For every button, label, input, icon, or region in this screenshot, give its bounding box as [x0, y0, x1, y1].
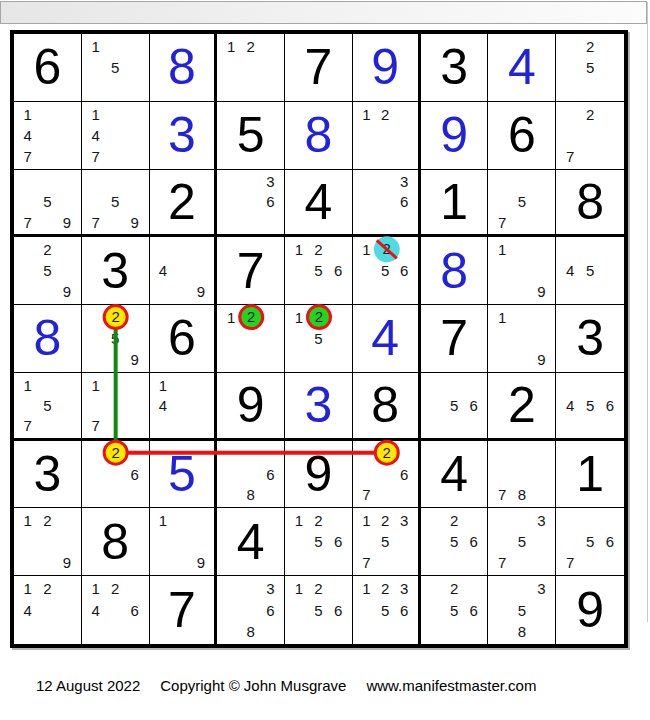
cell-r7c4: 68	[217, 441, 285, 509]
candidate-9: 9	[57, 281, 77, 302]
cell-r3c3: 2	[150, 170, 218, 238]
cell-r7c5: 9	[285, 441, 353, 509]
candidate-7: 7	[357, 552, 376, 573]
candidate-7: 7	[18, 212, 38, 232]
candidates: 157	[14, 373, 81, 438]
candidates: 49	[150, 237, 215, 304]
candidate-5: 5	[38, 192, 58, 212]
candidate-7: 7	[86, 212, 106, 232]
candidates: 14	[150, 373, 215, 438]
candidate-2: 2	[38, 510, 58, 531]
candidates: 579	[82, 170, 149, 235]
cell-r8c2: 8	[82, 508, 150, 576]
given-digit: 6	[168, 313, 196, 363]
candidates: 1256	[285, 237, 352, 304]
cell-r8c4: 4	[217, 508, 285, 576]
candidate-5: 5	[580, 395, 600, 415]
candidates: 27	[556, 102, 624, 169]
candidate-1: 1	[289, 239, 309, 260]
candidate-2: 2	[580, 36, 600, 57]
cell-r2c6: 12	[353, 102, 421, 170]
cell-r9c9: 9	[556, 576, 624, 644]
solved-digit: 3	[168, 110, 196, 160]
candidate-5: 5	[105, 57, 125, 78]
candidate-7: 7	[18, 415, 38, 435]
candidate-2: 2	[241, 307, 261, 328]
cell-r3c9: 8	[556, 170, 624, 238]
given-digit: 7	[305, 42, 333, 92]
candidates: 259	[14, 237, 81, 304]
candidates: 368	[217, 576, 284, 644]
candidate-2: 2	[105, 307, 125, 328]
candidate-5: 5	[309, 328, 329, 349]
candidate-5: 5	[309, 260, 329, 281]
candidate-5: 5	[376, 531, 395, 552]
candidate-6: 6	[464, 395, 484, 415]
solved-digit: 5	[168, 449, 196, 499]
solved-digit: 8	[440, 246, 468, 296]
candidate-3: 3	[532, 578, 552, 599]
cell-r2c3: 3	[150, 102, 218, 170]
candidate-1: 1	[289, 307, 309, 328]
solved-digit: 9	[371, 42, 399, 92]
cell-r5c3: 6	[150, 305, 218, 373]
candidates: 56	[421, 373, 488, 438]
candidate-6: 6	[395, 599, 414, 620]
given-digit: 9	[305, 449, 333, 499]
candidate-2: 2	[38, 239, 58, 260]
candidate-6: 6	[600, 531, 620, 552]
candidate-2: 2	[105, 443, 125, 464]
cell-r6c8: 2	[488, 373, 556, 441]
candidate-8: 8	[241, 621, 261, 642]
solved-digit: 8	[33, 313, 61, 363]
candidate-1: 1	[289, 510, 309, 531]
candidate-6: 6	[125, 464, 145, 485]
candidate-3: 3	[395, 172, 414, 192]
cell-r1c2: 15	[82, 34, 150, 102]
footer-date: 12 August 2022	[36, 677, 140, 694]
candidate-2: 2	[309, 578, 329, 599]
page-right-edge	[647, 2, 648, 622]
candidates: 125	[285, 305, 352, 372]
candidate-9: 9	[532, 349, 552, 370]
candidate-9: 9	[57, 212, 77, 232]
candidate-7: 7	[560, 552, 580, 573]
candidate-2: 2	[376, 239, 395, 260]
candidates: 1256	[353, 237, 418, 304]
given-digit: 8	[101, 517, 129, 567]
candidate-6: 6	[328, 531, 348, 552]
candidate-2: 2	[444, 578, 464, 599]
cell-r6c4: 9	[217, 373, 285, 441]
candidates: 357	[488, 508, 555, 575]
candidates: 12356	[353, 576, 418, 644]
candidate-5: 5	[38, 260, 58, 281]
candidate-1: 1	[86, 36, 106, 57]
candidate-3: 3	[532, 510, 552, 531]
candidate-5: 5	[105, 192, 125, 212]
cell-r7c6: 267	[353, 441, 421, 509]
given-digit: 7	[440, 313, 468, 363]
cell-r2c2: 147	[82, 102, 150, 170]
candidate-7: 7	[492, 552, 512, 573]
candidates: 259	[82, 305, 149, 372]
given-digit: 2	[168, 177, 196, 227]
candidate-1: 1	[492, 307, 512, 328]
solved-digit: 8	[305, 110, 333, 160]
candidate-6: 6	[261, 599, 281, 620]
candidate-4: 4	[18, 599, 38, 620]
candidates: 124	[14, 576, 81, 644]
candidate-7: 7	[560, 146, 580, 167]
candidates: 267	[353, 441, 418, 508]
candidate-6: 6	[395, 464, 414, 485]
cell-r5c8: 19	[488, 305, 556, 373]
candidates: 78	[488, 441, 555, 508]
cell-r4c3: 49	[150, 237, 218, 305]
candidates: 456	[556, 373, 624, 438]
candidate-2: 2	[580, 104, 600, 125]
candidate-2: 2	[444, 510, 464, 531]
candidate-8: 8	[512, 621, 532, 642]
solved-digit: 4	[508, 42, 536, 92]
candidate-4: 4	[86, 599, 106, 620]
cell-r6c2: 17	[82, 373, 150, 441]
footer-copyright: Copyright © John Musgrave	[160, 677, 346, 694]
candidate-4: 4	[18, 125, 38, 146]
solved-digit: 4	[371, 313, 399, 363]
given-digit: 3	[440, 42, 468, 92]
cell-r2c8: 6	[488, 102, 556, 170]
candidates: 1256	[285, 576, 352, 644]
candidates: 12	[217, 34, 284, 101]
cell-r6c5: 3	[285, 373, 353, 441]
cell-r5c9: 3	[556, 305, 624, 373]
cell-r3c4: 36	[217, 170, 285, 238]
candidate-2: 2	[376, 510, 395, 531]
candidate-1: 1	[86, 578, 106, 599]
cell-r9c3: 7	[150, 576, 218, 644]
cell-r2c7: 9	[421, 102, 489, 170]
candidates: 256	[421, 576, 488, 644]
cell-r9c4: 368	[217, 576, 285, 644]
cell-r9c1: 124	[14, 576, 82, 644]
cell-r1c3: 8	[150, 34, 218, 102]
given-digit: 7	[237, 246, 265, 296]
cell-r6c1: 157	[14, 373, 82, 441]
candidate-2: 2	[309, 307, 329, 328]
cell-r7c9: 1	[556, 441, 624, 509]
candidate-1: 1	[154, 510, 173, 531]
given-digit: 9	[576, 585, 604, 635]
cell-r2c4: 5	[217, 102, 285, 170]
cell-r3c1: 579	[14, 170, 82, 238]
cell-r7c8: 78	[488, 441, 556, 509]
cell-r7c3: 5	[150, 441, 218, 509]
cell-r7c1: 3	[14, 441, 82, 509]
candidate-2: 2	[309, 510, 329, 531]
cell-r9c8: 358	[488, 576, 556, 644]
cell-r2c1: 147	[14, 102, 82, 170]
cell-r4c8: 19	[488, 237, 556, 305]
candidate-3: 3	[261, 578, 281, 599]
candidate-5: 5	[444, 599, 464, 620]
candidate-5: 5	[309, 599, 329, 620]
given-digit: 6	[508, 110, 536, 160]
cell-r1c4: 12	[217, 34, 285, 102]
given-digit: 3	[576, 313, 604, 363]
candidate-6: 6	[328, 260, 348, 281]
candidate-1: 1	[18, 104, 38, 125]
candidate-1: 1	[221, 307, 241, 328]
candidates: 36	[217, 170, 284, 235]
candidate-8: 8	[512, 485, 532, 506]
cell-r1c8: 4	[488, 34, 556, 102]
cell-r4c7: 8	[421, 237, 489, 305]
cell-r4c5: 1256	[285, 237, 353, 305]
candidate-5: 5	[376, 599, 395, 620]
candidates: 579	[14, 170, 81, 235]
candidates: 1246	[82, 576, 149, 644]
given-digit: 8	[371, 380, 399, 430]
cell-r8c6: 12357	[353, 508, 421, 576]
given-digit: 6	[33, 42, 61, 92]
given-digit: 4	[237, 517, 265, 567]
candidate-2: 2	[38, 578, 58, 599]
cell-r7c2: 26	[82, 441, 150, 509]
given-digit: 5	[237, 110, 265, 160]
given-digit: 1	[576, 449, 604, 499]
given-digit: 1	[440, 177, 468, 227]
candidate-5: 5	[512, 192, 532, 212]
candidate-2: 2	[376, 104, 395, 125]
candidate-5: 5	[105, 328, 125, 349]
candidate-1: 1	[492, 239, 512, 260]
candidate-1: 1	[86, 375, 106, 395]
candidate-2: 2	[376, 578, 395, 599]
cell-r7c7: 4	[421, 441, 489, 509]
cell-r3c2: 579	[82, 170, 150, 238]
cell-r2c5: 8	[285, 102, 353, 170]
cell-r6c7: 56	[421, 373, 489, 441]
cell-r5c5: 125	[285, 305, 353, 373]
footer: 12 August 2022 Copyright © John Musgrave…	[36, 677, 536, 694]
candidate-1: 1	[357, 239, 376, 260]
given-digit: 3	[101, 246, 129, 296]
candidate-6: 6	[464, 599, 484, 620]
candidates: 57	[488, 170, 555, 235]
candidate-9: 9	[532, 281, 552, 302]
candidate-6: 6	[261, 192, 281, 212]
candidates: 17	[82, 373, 149, 438]
candidate-5: 5	[444, 531, 464, 552]
cell-r3c5: 4	[285, 170, 353, 238]
candidate-5: 5	[512, 599, 532, 620]
candidates: 25	[556, 34, 624, 101]
candidate-2: 2	[105, 578, 125, 599]
footer-website: www.manifestmaster.com	[366, 677, 536, 694]
candidate-1: 1	[289, 578, 309, 599]
cell-r1c1: 6	[14, 34, 82, 102]
candidate-1: 1	[221, 36, 241, 57]
candidates: 256	[421, 508, 488, 575]
candidate-1: 1	[18, 510, 38, 531]
candidate-9: 9	[125, 349, 145, 370]
candidate-6: 6	[600, 395, 620, 415]
candidate-4: 4	[154, 395, 173, 415]
candidate-1: 1	[18, 578, 38, 599]
cell-r1c6: 9	[353, 34, 421, 102]
given-digit: 2	[508, 380, 536, 430]
cell-r6c6: 8	[353, 373, 421, 441]
candidates: 15	[82, 34, 149, 101]
candidate-7: 7	[18, 146, 38, 167]
candidate-6: 6	[328, 599, 348, 620]
candidates: 567	[556, 508, 624, 575]
cell-r4c1: 259	[14, 237, 82, 305]
candidate-1: 1	[86, 104, 106, 125]
candidate-3: 3	[395, 510, 414, 531]
candidates: 19	[488, 305, 555, 372]
candidates: 19	[488, 237, 555, 304]
candidate-1: 1	[357, 578, 376, 599]
candidate-6: 6	[464, 531, 484, 552]
candidates: 12	[353, 102, 418, 169]
candidate-1: 1	[357, 104, 376, 125]
candidate-5: 5	[38, 395, 58, 415]
cell-r5c4: 12	[217, 305, 285, 373]
cell-r8c9: 567	[556, 508, 624, 576]
candidate-6: 6	[261, 464, 281, 485]
candidates: 12	[217, 305, 284, 372]
cell-r8c5: 1256	[285, 508, 353, 576]
cell-r3c8: 57	[488, 170, 556, 238]
candidate-9: 9	[191, 281, 210, 302]
cell-r8c7: 256	[421, 508, 489, 576]
given-digit: 7	[168, 585, 196, 635]
given-digit: 9	[237, 380, 265, 430]
cell-r6c3: 14	[150, 373, 218, 441]
cell-r3c6: 36	[353, 170, 421, 238]
cell-r5c2: 259	[82, 305, 150, 373]
cell-r2c9: 27	[556, 102, 624, 170]
candidate-7: 7	[492, 485, 512, 506]
cell-r9c5: 1256	[285, 576, 353, 644]
given-digit: 3	[33, 449, 61, 499]
candidate-6: 6	[395, 192, 414, 212]
candidate-7: 7	[357, 485, 376, 506]
candidate-7: 7	[86, 415, 106, 435]
candidate-9: 9	[57, 552, 77, 573]
candidate-5: 5	[444, 395, 464, 415]
cell-r1c5: 7	[285, 34, 353, 102]
candidate-5: 5	[309, 531, 329, 552]
candidates: 26	[82, 441, 149, 508]
candidates: 1256	[285, 508, 352, 575]
cell-r5c1: 8	[14, 305, 82, 373]
cell-r4c2: 3	[82, 237, 150, 305]
candidate-3: 3	[395, 578, 414, 599]
candidates: 45	[556, 237, 624, 304]
cell-r9c2: 1246	[82, 576, 150, 644]
candidates: 19	[150, 508, 215, 575]
candidate-2: 2	[241, 36, 261, 57]
given-digit: 4	[305, 177, 333, 227]
candidates: 12357	[353, 508, 418, 575]
cell-r5c6: 4	[353, 305, 421, 373]
cell-r1c9: 25	[556, 34, 624, 102]
cell-r4c4: 7	[217, 237, 285, 305]
candidate-1: 1	[18, 375, 38, 395]
cell-r1c7: 3	[421, 34, 489, 102]
given-digit: 8	[576, 177, 604, 227]
candidate-6: 6	[125, 599, 145, 620]
sudoku-board: 6158127934251471473581296275795792364361…	[10, 30, 628, 648]
cell-r4c9: 45	[556, 237, 624, 305]
candidates: 129	[14, 508, 81, 575]
window-top-bar	[0, 1, 647, 24]
candidate-5: 5	[580, 531, 600, 552]
cell-r8c3: 19	[150, 508, 218, 576]
cell-r8c8: 357	[488, 508, 556, 576]
candidate-4: 4	[154, 260, 173, 281]
candidates: 358	[488, 576, 555, 644]
candidate-7: 7	[86, 146, 106, 167]
candidate-1: 1	[357, 510, 376, 531]
candidates: 147	[82, 102, 149, 169]
candidate-4: 4	[86, 125, 106, 146]
candidates: 36	[353, 170, 418, 235]
candidate-8: 8	[241, 485, 261, 506]
cell-r8c1: 129	[14, 508, 82, 576]
candidate-5: 5	[512, 531, 532, 552]
given-digit: 4	[440, 449, 468, 499]
candidates: 68	[217, 441, 284, 508]
candidate-4: 4	[560, 260, 580, 281]
candidate-3: 3	[261, 172, 281, 192]
cell-r3c7: 1	[421, 170, 489, 238]
candidate-2: 2	[376, 443, 395, 464]
candidate-6: 6	[395, 260, 414, 281]
candidate-9: 9	[125, 212, 145, 232]
solved-digit: 3	[305, 380, 333, 430]
candidate-1: 1	[154, 375, 173, 395]
cell-r6c9: 456	[556, 373, 624, 441]
candidates: 147	[14, 102, 81, 169]
cell-r5c7: 7	[421, 305, 489, 373]
solved-digit: 9	[440, 110, 468, 160]
candidate-5: 5	[376, 260, 395, 281]
candidate-9: 9	[191, 552, 210, 573]
cell-r9c6: 12356	[353, 576, 421, 644]
cell-r4c6: 1256	[353, 237, 421, 305]
candidate-7: 7	[492, 212, 512, 232]
solved-digit: 8	[168, 42, 196, 92]
candidate-5: 5	[580, 260, 600, 281]
candidate-5: 5	[580, 57, 600, 78]
candidate-2: 2	[309, 239, 329, 260]
cell-r9c7: 256	[421, 576, 489, 644]
candidate-4: 4	[560, 395, 580, 415]
